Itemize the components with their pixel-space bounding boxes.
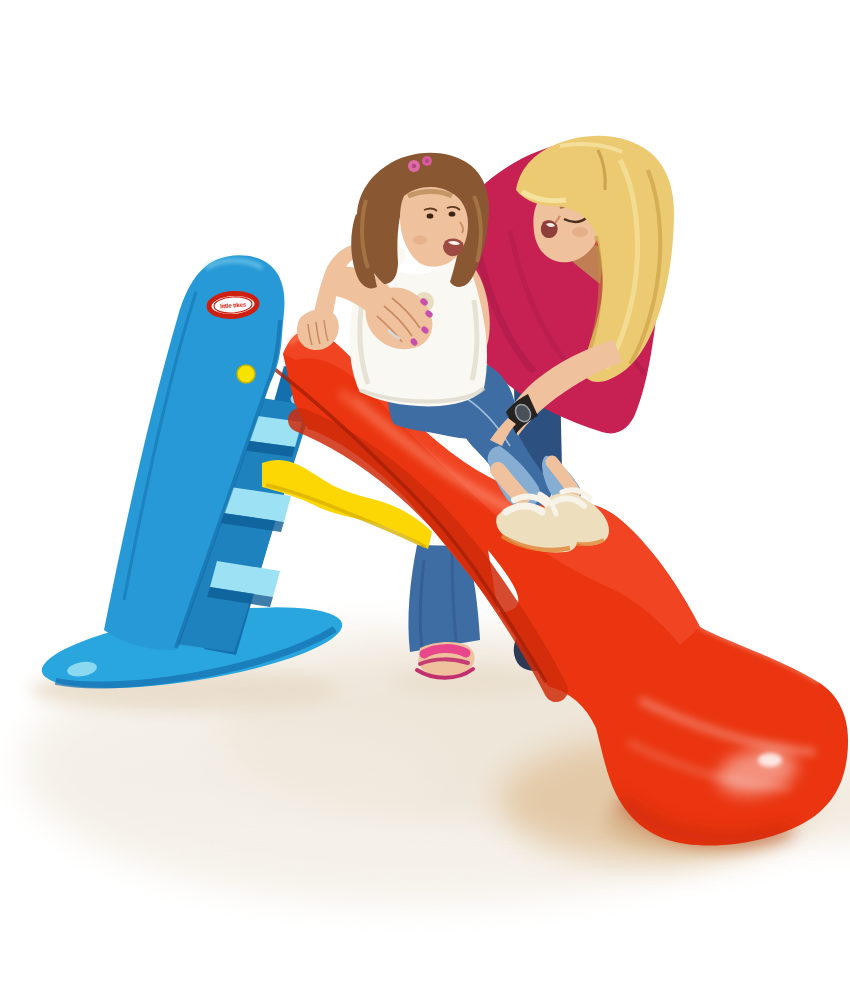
- little-tikes-logo: little tikes: [208, 292, 257, 318]
- girl-eye-left: [427, 213, 434, 218]
- panel-button: [237, 365, 255, 383]
- product-photo: little tikes: [0, 0, 850, 995]
- photo-canvas: little tikes: [0, 0, 850, 995]
- girl-eye-right: [449, 211, 456, 216]
- girl-cheek: [413, 236, 427, 245]
- hair-clip-center: [412, 164, 416, 168]
- hair-clip-center: [425, 159, 429, 163]
- floor-shadow-left: [60, 720, 440, 830]
- woman-cheek: [572, 227, 588, 237]
- bulb-hotspot: [758, 753, 782, 767]
